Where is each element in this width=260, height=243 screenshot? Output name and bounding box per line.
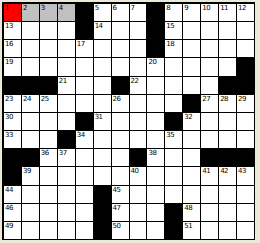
cell-r9c9[interactable]: 38 [147,149,164,166]
cell-r7c2[interactable] [22,113,39,130]
clue-number: 14 [95,22,103,30]
cell-r2c3[interactable] [40,22,57,39]
cell-r12c7[interactable]: 47 [112,204,129,221]
clue-number: 51 [184,222,192,230]
cell-r10c6[interactable] [94,167,111,184]
cell-r10c11[interactable] [183,167,200,184]
cell-r3c11[interactable] [183,40,200,57]
clue-number: 15 [166,22,174,30]
cell-r6c9[interactable] [147,95,164,112]
cell-r10c3[interactable] [40,167,57,184]
cell-r4c3[interactable] [40,58,57,75]
clue-number: 11 [220,4,228,12]
black-cell-r9c1 [4,149,21,166]
cell-r12c4[interactable] [58,204,75,221]
cell-r8c13[interactable] [219,131,236,148]
cell-r4c6[interactable] [94,58,111,75]
clue-number: 19 [5,58,13,66]
clue-number: 21 [59,77,67,85]
cell-r4c13[interactable] [219,58,236,75]
cell-r1c11[interactable]: 9 [183,4,200,21]
cell-r13c7[interactable]: 50 [112,222,129,239]
cell-r7c13[interactable] [219,113,236,130]
cell-r9c7[interactable] [112,149,129,166]
cell-r8c14[interactable] [237,131,254,148]
cell-r11c14[interactable] [237,186,254,203]
cell-r1c14[interactable]: 12 [237,4,254,21]
cell-r8c11[interactable] [183,131,200,148]
cell-r11c8[interactable] [130,186,147,203]
black-cell-r9c2 [22,149,39,166]
black-cell-r5c2 [22,77,39,94]
cell-r8c12[interactable] [201,131,218,148]
clue-number: 22 [131,77,139,85]
cell-r2c2[interactable] [22,22,39,39]
cell-r1c12[interactable]: 10 [201,4,218,21]
clue-number: 17 [77,40,85,48]
black-cell-r7c5 [76,113,93,130]
clue-number: 7 [131,4,135,12]
cell-r12c11[interactable]: 48 [183,204,200,221]
clue-number: 24 [23,95,31,103]
cell-r9c3[interactable]: 36 [40,149,57,166]
cell-r13c1[interactable]: 49 [4,222,21,239]
black-cell-r13c6 [94,222,111,239]
cell-r6c13[interactable]: 28 [219,95,236,112]
cell-r6c2[interactable]: 24 [22,95,39,112]
cell-r3c8[interactable] [130,40,147,57]
cell-r7c4[interactable] [58,113,75,130]
cell-r1c13[interactable]: 11 [219,4,236,21]
clue-number: 40 [131,167,139,175]
cell-r2c7[interactable] [112,22,129,39]
cell-r3c13[interactable] [219,40,236,57]
cell-r13c8[interactable] [130,222,147,239]
cell-r7c11[interactable]: 32 [183,113,200,130]
clue-number: 50 [113,222,121,230]
cell-r2c6[interactable]: 14 [94,22,111,39]
cell-r13c4[interactable] [58,222,75,239]
black-cell-r5c14 [237,77,254,94]
cell-r12c13[interactable] [219,204,236,221]
cell-r1c6[interactable]: 5 [94,4,111,21]
cell-r11c12[interactable] [201,186,218,203]
cell-r4c4[interactable] [58,58,75,75]
cell-r1c8[interactable]: 7 [130,4,147,21]
clue-number: 37 [59,149,67,157]
cell-r11c11[interactable] [183,186,200,203]
cell-r6c14[interactable]: 29 [237,95,254,112]
clue-number: 35 [166,131,174,139]
black-cell-r9c12 [201,149,218,166]
cell-r1c10[interactable]: 8 [165,4,182,21]
cell-r10c10[interactable] [165,167,182,184]
clue-number: 34 [77,131,85,139]
cell-r8c5[interactable]: 34 [76,131,93,148]
cell-r4c8[interactable] [130,58,147,75]
cell-r5c4[interactable]: 21 [58,77,75,94]
cell-r3c14[interactable] [237,40,254,57]
cell-r8c3[interactable] [40,131,57,148]
cell-r9c5[interactable] [76,149,93,166]
cell-r7c1[interactable]: 30 [4,113,21,130]
cell-r12c12[interactable] [201,204,218,221]
cell-r12c9[interactable] [147,204,164,221]
black-cell-r7c10 [165,113,182,130]
clue-number: 32 [184,113,192,121]
cell-r11c2[interactable] [22,186,39,203]
cell-r10c4[interactable] [58,167,75,184]
cell-r3c2[interactable] [22,40,39,57]
cell-r8c8[interactable] [130,131,147,148]
clue-number: 10 [202,4,210,12]
cell-r7c7[interactable] [112,113,129,130]
cell-r7c14[interactable] [237,113,254,130]
cell-r8c10[interactable]: 35 [165,131,182,148]
clue-number: 12 [238,4,246,12]
black-cell-r1c9 [147,4,164,21]
black-cell-r11c6 [94,186,111,203]
clue-number: 27 [202,95,210,103]
cell-r13c5[interactable] [76,222,93,239]
cell-r3c6[interactable] [94,40,111,57]
black-cell-r13c10 [165,222,182,239]
clue-number: 47 [113,204,121,212]
cell-r4c2[interactable] [22,58,39,75]
black-cell-r1c5 [76,4,93,21]
cell-r5c8[interactable]: 22 [130,77,147,94]
cell-r12c5[interactable] [76,204,93,221]
clue-number: 44 [5,186,13,194]
cell-r2c13[interactable] [219,22,236,39]
cell-r11c10[interactable] [165,186,182,203]
black-cell-r4c14 [237,58,254,75]
cell-r4c5[interactable] [76,58,93,75]
cell-r12c14[interactable] [237,204,254,221]
cell-r2c14[interactable] [237,22,254,39]
cell-r10c7[interactable] [112,167,129,184]
clue-number: 25 [41,95,49,103]
cell-r4c12[interactable] [201,58,218,75]
clue-number: 43 [238,167,246,175]
black-cell-r10c1 [4,167,21,184]
cell-r2c12[interactable] [201,22,218,39]
clue-number: 8 [166,4,170,12]
cell-r3c12[interactable] [201,40,218,57]
cell-r3c3[interactable] [40,40,57,57]
cell-r2c4[interactable] [58,22,75,39]
clue-number: 26 [113,95,121,103]
cell-r13c3[interactable] [40,222,57,239]
cell-r6c12[interactable]: 27 [201,95,218,112]
cell-r10c8[interactable]: 40 [130,167,147,184]
cell-r13c9[interactable] [147,222,164,239]
cell-r6c3[interactable]: 25 [40,95,57,112]
cell-r1c2[interactable]: 2 [22,4,39,21]
cell-r13c14[interactable] [237,222,254,239]
cell-r12c3[interactable] [40,204,57,221]
black-cell-r9c14 [237,149,254,166]
cell-r9c4[interactable]: 37 [58,149,75,166]
clue-number: 36 [41,149,49,157]
cell-r1c3[interactable]: 3 [40,4,57,21]
cell-r4c10[interactable] [165,58,182,75]
black-cell-r9c8 [130,149,147,166]
clue-number: 3 [41,4,45,12]
black-cell-r6c11 [183,95,200,112]
cell-r8c6[interactable] [94,131,111,148]
cell-r4c1[interactable]: 19 [4,58,21,75]
cell-r12c8[interactable] [130,204,147,221]
cell-r6c5[interactable] [76,95,93,112]
cell-r10c9[interactable] [147,167,164,184]
cell-r11c5[interactable] [76,186,93,203]
cell-r5c9[interactable] [147,77,164,94]
black-cell-r5c7 [112,77,129,94]
clue-number: 2 [23,4,27,12]
cell-r5c10[interactable] [165,77,182,94]
cell-r5c11[interactable] [183,77,200,94]
cell-r11c13[interactable] [219,186,236,203]
clue-number: 1 [5,4,9,12]
cell-r9c10[interactable] [165,149,182,166]
cell-r3c5[interactable]: 17 [76,40,93,57]
cell-r5c12[interactable] [201,77,218,94]
cell-r2c1[interactable]: 13 [4,22,21,39]
cell-r8c7[interactable] [112,131,129,148]
cell-r1c7[interactable]: 6 [112,4,129,21]
black-cell-r5c3 [40,77,57,94]
cell-r10c5[interactable] [76,167,93,184]
clue-number: 6 [113,4,117,12]
clue-number: 49 [5,222,13,230]
clue-number: 4 [59,4,63,12]
black-cell-r12c10 [165,204,182,221]
cell-r4c7[interactable] [112,58,129,75]
black-cell-r3c9 [147,40,164,57]
cell-r6c4[interactable] [58,95,75,112]
cell-r13c13[interactable] [219,222,236,239]
cell-r6c10[interactable] [165,95,182,112]
cell-r13c11[interactable]: 51 [183,222,200,239]
cell-r7c9[interactable] [147,113,164,130]
cell-r7c6[interactable]: 31 [94,113,111,130]
cell-r2c8[interactable] [130,22,147,39]
cell-r3c1[interactable]: 16 [4,40,21,57]
black-cell-r5c13 [219,77,236,94]
black-cell-r9c13 [219,149,236,166]
cell-r3c10[interactable]: 18 [165,40,182,57]
cell-r5c6[interactable] [94,77,111,94]
cell-r7c8[interactable] [130,113,147,130]
cell-r6c1[interactable]: 23 [4,95,21,112]
cell-r9c6[interactable] [94,149,111,166]
cell-r7c12[interactable] [201,113,218,130]
clue-number: 16 [5,40,13,48]
black-cell-r8c4 [58,131,75,148]
clue-number: 46 [5,204,13,212]
cell-r1c4[interactable]: 4 [58,4,75,21]
cell-r13c12[interactable] [201,222,218,239]
clue-number: 13 [5,22,13,30]
cell-r12c1[interactable]: 46 [4,204,21,221]
clue-number: 39 [23,167,31,175]
clue-number: 18 [166,40,174,48]
clue-number: 29 [238,95,246,103]
clue-number: 9 [184,4,188,12]
clue-number: 31 [95,113,103,121]
clue-number: 48 [184,204,192,212]
cell-r10c13[interactable]: 42 [219,167,236,184]
cell-r11c9[interactable] [147,186,164,203]
cell-r5c5[interactable] [76,77,93,94]
cell-r6c8[interactable] [130,95,147,112]
clue-number: 20 [148,58,156,66]
cell-r10c12[interactable]: 41 [201,167,218,184]
cell-r8c1[interactable]: 33 [4,131,21,148]
black-cell-r5c1 [4,77,21,94]
cell-r12c2[interactable] [22,204,39,221]
clue-number: 41 [202,167,210,175]
cell-r8c9[interactable] [147,131,164,148]
cell-r7c3[interactable] [40,113,57,130]
clue-number: 23 [5,95,13,103]
cell-r8c2[interactable] [22,131,39,148]
cell-r6c7[interactable]: 26 [112,95,129,112]
clue-number: 33 [5,131,13,139]
clue-number: 42 [220,167,228,175]
cell-r11c7[interactable]: 45 [112,186,129,203]
black-cell-r12c6 [94,204,111,221]
cell-r6c6[interactable] [94,95,111,112]
cell-r3c4[interactable] [58,40,75,57]
cell-r11c4[interactable] [58,186,75,203]
cell-r13c2[interactable] [22,222,39,239]
clue-number: 38 [148,149,156,157]
clue-number: 30 [5,113,13,121]
cell-r2c10[interactable]: 15 [165,22,182,39]
cell-r3c7[interactable] [112,40,129,57]
black-cell-r2c5 [76,22,93,39]
cell-r10c2[interactable]: 39 [22,167,39,184]
cell-r4c9[interactable]: 20 [147,58,164,75]
cell-r11c1[interactable]: 44 [4,186,21,203]
crossword-grid: 1234567891011121314151617181920212223242… [2,2,255,240]
cell-r1c1[interactable]: 1 [4,4,21,21]
clue-number: 45 [113,186,121,194]
clue-number: 5 [95,4,99,12]
cell-r10c14[interactable]: 43 [237,167,254,184]
cell-r4c11[interactable] [183,58,200,75]
cell-r11c3[interactable] [40,186,57,203]
black-cell-r2c9 [147,22,164,39]
cell-r9c11[interactable] [183,149,200,166]
clue-number: 28 [220,95,228,103]
cell-r2c11[interactable] [183,22,200,39]
